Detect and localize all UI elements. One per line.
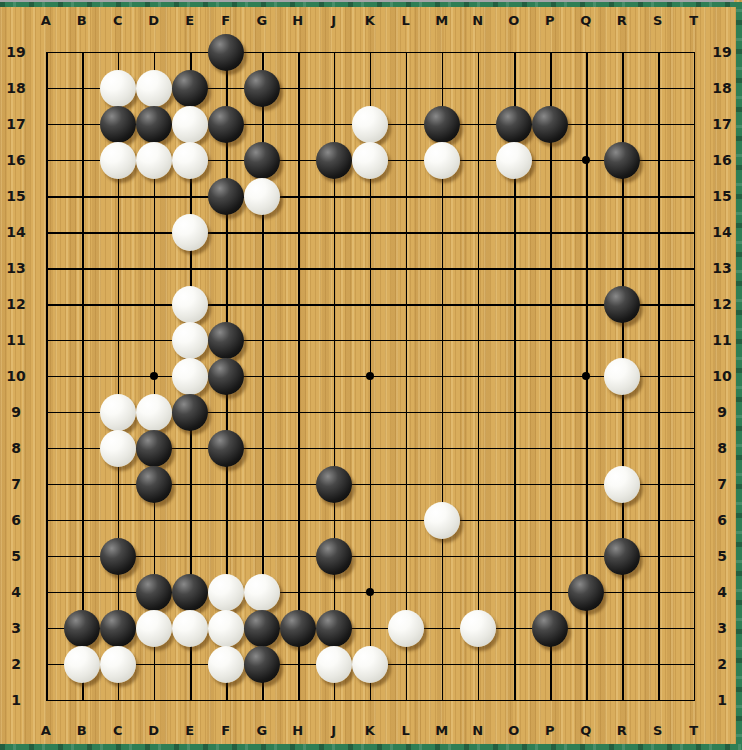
- intersection-D3[interactable]: [136, 610, 172, 646]
- column-label-top-B: B: [77, 13, 87, 28]
- column-label-top-M: M: [435, 13, 448, 28]
- row-label-left-7: 7: [11, 476, 21, 492]
- black-stone-E18: [172, 70, 208, 107]
- column-label-bottom-K: K: [365, 723, 376, 738]
- intersection-D17[interactable]: [136, 106, 172, 142]
- row-label-left-10: 10: [6, 368, 25, 384]
- black-stone-J7: [316, 466, 352, 503]
- white-stone-D18: [136, 70, 172, 107]
- row-label-left-19: 19: [6, 44, 25, 60]
- column-label-bottom-D: D: [148, 723, 159, 738]
- black-stone-D7: [136, 466, 172, 503]
- intersection-R5[interactable]: [604, 538, 640, 574]
- white-stone-C16: [100, 142, 136, 179]
- column-label-top-E: E: [185, 13, 194, 28]
- intersection-C5[interactable]: [100, 538, 136, 574]
- black-stone-D8: [136, 430, 172, 467]
- column-label-bottom-B: B: [77, 723, 87, 738]
- row-label-right-8: 8: [717, 440, 727, 456]
- white-stone-D9: [136, 394, 172, 431]
- row-label-right-10: 10: [712, 368, 731, 384]
- black-stone-D17: [136, 106, 172, 143]
- black-stone-J16: [316, 142, 352, 179]
- intersection-E17[interactable]: [172, 106, 208, 142]
- row-label-right-2: 2: [717, 656, 727, 672]
- column-label-bottom-C: C: [113, 723, 123, 738]
- white-stone-E17: [172, 106, 208, 143]
- column-label-top-T: T: [689, 13, 698, 28]
- white-stone-E10: [172, 358, 208, 395]
- intersection-D7[interactable]: [136, 466, 172, 502]
- row-label-right-11: 11: [712, 332, 731, 348]
- white-stone-C18: [100, 70, 136, 107]
- intersection-K17[interactable]: [352, 106, 388, 142]
- black-stone-F8: [208, 430, 244, 467]
- black-stone-B3: [64, 610, 100, 647]
- white-stone-C9: [100, 394, 136, 431]
- column-label-top-F: F: [221, 13, 230, 28]
- row-label-left-6: 6: [11, 512, 21, 528]
- row-label-right-9: 9: [717, 404, 727, 420]
- intersection-E9[interactable]: [172, 394, 208, 430]
- intersection-E14[interactable]: [172, 214, 208, 250]
- row-label-left-16: 16: [6, 152, 25, 168]
- row-label-left-17: 17: [6, 116, 25, 132]
- row-label-right-16: 16: [712, 152, 731, 168]
- row-label-left-8: 8: [11, 440, 21, 456]
- black-stone-F10: [208, 358, 244, 395]
- intersection-C2[interactable]: [100, 646, 136, 682]
- black-stone-F19: [208, 34, 244, 71]
- column-label-bottom-J: J: [331, 723, 336, 738]
- white-stone-E3: [172, 610, 208, 647]
- white-stone-C8: [100, 430, 136, 467]
- column-label-bottom-N: N: [472, 723, 483, 738]
- row-label-left-9: 9: [11, 404, 21, 420]
- black-stone-G3: [244, 610, 280, 647]
- intersection-D18[interactable]: [136, 70, 172, 106]
- column-label-top-J: J: [331, 13, 336, 28]
- row-label-left-14: 14: [6, 224, 25, 240]
- black-stone-G2: [244, 646, 280, 683]
- intersection-F17[interactable]: [208, 106, 244, 142]
- intersection-J5[interactable]: [316, 538, 352, 574]
- row-label-right-3: 3: [717, 620, 727, 636]
- column-label-top-G: G: [256, 13, 267, 28]
- intersection-P3[interactable]: [532, 610, 568, 646]
- intersection-E4[interactable]: [172, 574, 208, 610]
- intersection-D9[interactable]: [136, 394, 172, 430]
- intersection-O16[interactable]: [496, 142, 532, 178]
- column-label-top-Q: Q: [580, 13, 592, 28]
- white-stone-E11: [172, 322, 208, 359]
- intersection-M6[interactable]: [424, 502, 460, 538]
- row-label-right-15: 15: [712, 188, 731, 204]
- white-stone-B2: [64, 646, 100, 683]
- intersection-C8[interactable]: [100, 430, 136, 466]
- intersection-L3[interactable]: [388, 610, 424, 646]
- column-label-bottom-T: T: [689, 723, 698, 738]
- white-stone-N3: [460, 610, 496, 647]
- row-label-left-4: 4: [11, 584, 21, 600]
- white-stone-M6: [424, 502, 460, 539]
- white-stone-K17: [352, 106, 388, 143]
- row-label-left-15: 15: [6, 188, 25, 204]
- intersection-C9[interactable]: [100, 394, 136, 430]
- intersection-M16[interactable]: [424, 142, 460, 178]
- go-game-screenshot: AABBCCDDEEFFGGHHJJKKLLMMNNOOPPQQRRSSTT19…: [0, 0, 742, 750]
- column-label-bottom-R: R: [617, 723, 628, 738]
- intersection-P17[interactable]: [532, 106, 568, 142]
- row-label-left-5: 5: [11, 548, 21, 564]
- black-stone-Q4: [568, 574, 604, 611]
- go-board[interactable]: [28, 34, 712, 718]
- white-stone-R10: [604, 358, 640, 395]
- white-stone-F2: [208, 646, 244, 683]
- column-label-top-O: O: [508, 13, 520, 28]
- intersection-F3[interactable]: [208, 610, 244, 646]
- black-stone-H3: [280, 610, 316, 647]
- white-stone-D3: [136, 610, 172, 647]
- intersection-G4[interactable]: [244, 574, 280, 610]
- row-label-right-5: 5: [717, 548, 727, 564]
- row-label-left-12: 12: [6, 296, 25, 312]
- intersection-E18[interactable]: [172, 70, 208, 106]
- column-label-bottom-L: L: [402, 723, 411, 738]
- white-stone-C2: [100, 646, 136, 683]
- column-label-top-P: P: [545, 13, 555, 28]
- black-stone-R5: [604, 538, 640, 575]
- board-frame-top: [0, 2, 742, 7]
- intersection-D4[interactable]: [136, 574, 172, 610]
- intersection-J16[interactable]: [316, 142, 352, 178]
- intersection-G15[interactable]: [244, 178, 280, 214]
- intersection-E16[interactable]: [172, 142, 208, 178]
- column-label-top-C: C: [113, 13, 123, 28]
- black-stone-C5: [100, 538, 136, 575]
- board-frame-right: [736, 2, 742, 750]
- white-stone-O16: [496, 142, 532, 179]
- intersection-C17[interactable]: [100, 106, 136, 142]
- black-stone-F15: [208, 178, 244, 215]
- column-label-bottom-M: M: [435, 723, 448, 738]
- column-label-bottom-A: A: [41, 723, 52, 738]
- intersection-M17[interactable]: [424, 106, 460, 142]
- white-stone-K2: [352, 646, 388, 683]
- intersection-E3[interactable]: [172, 610, 208, 646]
- white-stone-D16: [136, 142, 172, 179]
- black-stone-G16: [244, 142, 280, 179]
- column-label-bottom-O: O: [508, 723, 520, 738]
- white-stone-E12: [172, 286, 208, 323]
- white-stone-K16: [352, 142, 388, 179]
- black-stone-F17: [208, 106, 244, 143]
- column-label-bottom-S: S: [653, 723, 663, 738]
- white-stone-E14: [172, 214, 208, 251]
- row-label-right-12: 12: [712, 296, 731, 312]
- black-stone-C17: [100, 106, 136, 143]
- intersection-R16[interactable]: [604, 142, 640, 178]
- column-label-top-K: K: [365, 13, 376, 28]
- black-stone-C3: [100, 610, 136, 647]
- intersection-G2[interactable]: [244, 646, 280, 682]
- intersection-F10[interactable]: [208, 358, 244, 394]
- black-stone-F11: [208, 322, 244, 359]
- white-stone-G4: [244, 574, 280, 611]
- black-stone-M17: [424, 106, 460, 143]
- intersection-N3[interactable]: [460, 610, 496, 646]
- intersection-D8[interactable]: [136, 430, 172, 466]
- intersection-B3[interactable]: [64, 610, 100, 646]
- black-stone-P17: [532, 106, 568, 143]
- intersection-J3[interactable]: [316, 610, 352, 646]
- board-frame-bottom: [0, 744, 742, 750]
- white-stone-M16: [424, 142, 460, 179]
- intersection-J7[interactable]: [316, 466, 352, 502]
- intersection-J2[interactable]: [316, 646, 352, 682]
- intersection-E10[interactable]: [172, 358, 208, 394]
- intersection-K16[interactable]: [352, 142, 388, 178]
- column-label-top-A: A: [41, 13, 52, 28]
- row-label-left-1: 1: [11, 692, 21, 708]
- black-stone-J3: [316, 610, 352, 647]
- row-label-left-3: 3: [11, 620, 21, 636]
- row-label-left-11: 11: [6, 332, 25, 348]
- column-label-top-R: R: [617, 13, 628, 28]
- row-label-right-6: 6: [717, 512, 727, 528]
- row-label-right-18: 18: [712, 80, 731, 96]
- black-stone-G18: [244, 70, 280, 107]
- black-stone-O17: [496, 106, 532, 143]
- row-label-left-18: 18: [6, 80, 25, 96]
- column-label-bottom-G: G: [256, 723, 267, 738]
- row-label-right-14: 14: [712, 224, 731, 240]
- intersection-R12[interactable]: [604, 286, 640, 322]
- column-label-top-S: S: [653, 13, 663, 28]
- column-label-top-L: L: [402, 13, 411, 28]
- intersection-R10[interactable]: [604, 358, 640, 394]
- intersection-O17[interactable]: [496, 106, 532, 142]
- intersection-B2[interactable]: [64, 646, 100, 682]
- intersection-G3[interactable]: [244, 610, 280, 646]
- row-label-left-13: 13: [6, 260, 25, 276]
- black-stone-R12: [604, 286, 640, 323]
- intersection-F15[interactable]: [208, 178, 244, 214]
- black-stone-J5: [316, 538, 352, 575]
- black-stone-E4: [172, 574, 208, 611]
- row-label-right-7: 7: [717, 476, 727, 492]
- black-stone-P3: [532, 610, 568, 647]
- column-label-bottom-Q: Q: [580, 723, 592, 738]
- intersection-E11[interactable]: [172, 322, 208, 358]
- white-stone-G15: [244, 178, 280, 215]
- column-label-top-N: N: [472, 13, 483, 28]
- row-label-right-17: 17: [712, 116, 731, 132]
- intersection-C3[interactable]: [100, 610, 136, 646]
- black-stone-R16: [604, 142, 640, 179]
- row-label-right-4: 4: [717, 584, 727, 600]
- intersection-F2[interactable]: [208, 646, 244, 682]
- white-stone-L3: [388, 610, 424, 647]
- column-label-bottom-P: P: [545, 723, 555, 738]
- white-stone-F3: [208, 610, 244, 647]
- intersection-D16[interactable]: [136, 142, 172, 178]
- intersection-G18[interactable]: [244, 70, 280, 106]
- column-label-top-H: H: [292, 13, 303, 28]
- intersection-R7[interactable]: [604, 466, 640, 502]
- column-label-bottom-F: F: [221, 723, 230, 738]
- intersection-F8[interactable]: [208, 430, 244, 466]
- white-stone-F4: [208, 574, 244, 611]
- row-label-right-1: 1: [717, 692, 727, 708]
- intersection-E12[interactable]: [172, 286, 208, 322]
- column-label-top-D: D: [148, 13, 159, 28]
- intersection-F19[interactable]: [208, 34, 244, 70]
- intersection-F4[interactable]: [208, 574, 244, 610]
- column-label-bottom-E: E: [185, 723, 194, 738]
- intersection-G16[interactable]: [244, 142, 280, 178]
- intersection-C18[interactable]: [100, 70, 136, 106]
- intersection-H3[interactable]: [280, 610, 316, 646]
- black-stone-E9: [172, 394, 208, 431]
- row-label-right-13: 13: [712, 260, 731, 276]
- row-label-left-2: 2: [11, 656, 21, 672]
- white-stone-J2: [316, 646, 352, 683]
- column-label-bottom-H: H: [292, 723, 303, 738]
- intersection-K2[interactable]: [352, 646, 388, 682]
- white-stone-E16: [172, 142, 208, 179]
- white-stone-R7: [604, 466, 640, 503]
- black-stone-D4: [136, 574, 172, 611]
- intersection-C16[interactable]: [100, 142, 136, 178]
- intersection-F11[interactable]: [208, 322, 244, 358]
- row-label-right-19: 19: [712, 44, 731, 60]
- intersection-Q4[interactable]: [568, 574, 604, 610]
